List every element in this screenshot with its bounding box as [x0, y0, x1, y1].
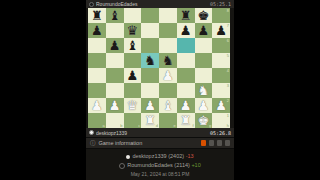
- square-b7[interactable]: [106, 23, 124, 38]
- top-player-bar: RoumundoEdades 05:25.1: [86, 0, 234, 8]
- square-h2[interactable]: ♟2: [212, 98, 230, 113]
- square-c5[interactable]: [124, 53, 142, 68]
- square-b8[interactable]: ♝: [106, 8, 124, 23]
- bottom-player-clock: 05:26.8: [210, 130, 231, 136]
- square-a2[interactable]: ♟: [88, 98, 106, 113]
- rank-coordinate: 5: [227, 54, 229, 58]
- square-e5[interactable]: ♞: [159, 53, 177, 68]
- piece-black-n: ♞: [159, 53, 177, 68]
- square-b1[interactable]: b: [106, 113, 124, 128]
- rank-coordinate: 1: [227, 114, 229, 118]
- rank-coordinate: 4: [227, 69, 229, 73]
- black-circle-icon: [119, 163, 125, 169]
- square-d2[interactable]: ♟: [141, 98, 159, 113]
- top-player-name: RoumundoEdades: [96, 1, 208, 7]
- chess-board[interactable]: ♜♝♜♚8♟♛♟♟♟7♟♝6♞♞5♟♟4♞3♟♟♛♟♝♟♟♟2abc♜de♜f♚…: [88, 8, 230, 128]
- square-c7[interactable]: ♛: [124, 23, 142, 38]
- square-h6[interactable]: 6: [212, 38, 230, 53]
- square-e6[interactable]: [159, 38, 177, 53]
- piece-white-k: ♚: [195, 113, 213, 128]
- square-f7[interactable]: ♟: [177, 23, 195, 38]
- square-c6[interactable]: ♝: [124, 38, 142, 53]
- square-g4[interactable]: [195, 68, 213, 83]
- square-b3[interactable]: [106, 83, 124, 98]
- rank-coordinate: 6: [227, 39, 229, 43]
- black-player-color-icon: [89, 2, 94, 7]
- square-a6[interactable]: [88, 38, 106, 53]
- square-h5[interactable]: 5: [212, 53, 230, 68]
- piece-white-b: ♝: [159, 98, 177, 113]
- piece-white-r: ♜: [177, 113, 195, 128]
- file-coordinate: f: [192, 124, 193, 128]
- square-b5[interactable]: [106, 53, 124, 68]
- rank-coordinate: 7: [227, 24, 229, 28]
- rank-coordinate: 2: [227, 99, 229, 103]
- game-info-body: desktopz1339 (2402) -13 RoumundoEdades (…: [86, 149, 234, 179]
- game-date: May 21, 2024 at 08:51 PM: [86, 170, 234, 179]
- square-b4[interactable]: [106, 68, 124, 83]
- square-f1[interactable]: ♜f: [177, 113, 195, 128]
- piece-white-p: ♟: [88, 98, 106, 113]
- black-player-result-line: RoumundoEdades (2114) +10: [86, 161, 234, 170]
- square-d1[interactable]: ♜d: [141, 113, 159, 128]
- square-b6[interactable]: ♟: [106, 38, 124, 53]
- piece-black-r: ♜: [88, 8, 106, 23]
- piece-black-p: ♟: [212, 23, 230, 38]
- bottom-player-name: desktopz1339: [96, 130, 208, 136]
- piece-white-p: ♟: [212, 98, 230, 113]
- square-a8[interactable]: ♜: [88, 8, 106, 23]
- square-h8[interactable]: 8: [212, 8, 230, 23]
- square-d6[interactable]: [141, 38, 159, 53]
- square-a5[interactable]: [88, 53, 106, 68]
- piece-black-r: ♜: [177, 8, 195, 23]
- piece-white-n: ♞: [195, 83, 213, 98]
- square-h1[interactable]: 1h: [212, 113, 230, 128]
- file-coordinate: a: [103, 124, 105, 128]
- file-coordinate: b: [120, 124, 122, 128]
- file-coordinate: d: [156, 124, 158, 128]
- square-d3[interactable]: [141, 83, 159, 98]
- square-f4[interactable]: [177, 68, 195, 83]
- app-screen: RoumundoEdades 05:25.1 ♜♝♜♚8♟♛♟♟♟7♟♝6♞♞5…: [0, 0, 320, 180]
- square-b2[interactable]: ♟: [106, 98, 124, 113]
- app-content-column: RoumundoEdades 05:25.1 ♜♝♜♚8♟♛♟♟♟7♟♝6♞♞5…: [86, 0, 234, 180]
- square-c8[interactable]: [124, 8, 142, 23]
- square-e8[interactable]: [159, 8, 177, 23]
- piece-black-p: ♟: [106, 38, 124, 53]
- piece-black-p: ♟: [88, 23, 106, 38]
- bottom-player-bar: desktopz1339 05:26.8: [86, 128, 234, 137]
- white-rating-delta: -13: [186, 153, 194, 159]
- piece-black-b: ♝: [124, 38, 142, 53]
- file-coordinate: g: [209, 124, 211, 128]
- square-e3[interactable]: [159, 83, 177, 98]
- square-f5[interactable]: [177, 53, 195, 68]
- share-icon[interactable]: [217, 140, 223, 146]
- file-coordinate: e: [174, 124, 176, 128]
- square-d5[interactable]: ♞: [141, 53, 159, 68]
- file-coordinate: h: [227, 124, 229, 128]
- square-g3[interactable]: ♞: [195, 83, 213, 98]
- square-h7[interactable]: ♟7: [212, 23, 230, 38]
- game-information-label: Game information: [99, 140, 198, 146]
- square-e1[interactable]: e: [159, 113, 177, 128]
- piece-white-p: ♟: [159, 68, 177, 83]
- file-coordinate: c: [138, 124, 140, 128]
- rank-coordinate: 8: [227, 9, 229, 13]
- top-player-clock: 05:25.1: [210, 1, 231, 7]
- white-player-result-line: desktopz1339 (2402) -13: [86, 152, 234, 161]
- square-c3[interactable]: [124, 83, 142, 98]
- black-rating-delta: +10: [191, 162, 200, 168]
- piece-black-b: ♝: [106, 8, 124, 23]
- piece-white-r: ♜: [141, 113, 159, 128]
- square-g8[interactable]: ♚: [195, 8, 213, 23]
- rank-coordinate: 3: [227, 84, 229, 88]
- download-icon[interactable]: [225, 140, 231, 146]
- game-info-toolbar: [201, 140, 231, 146]
- black-line-name: RoumundoEdades: [127, 162, 173, 168]
- flip-board-icon[interactable]: [209, 140, 215, 146]
- piece-white-p: ♟: [141, 98, 159, 113]
- square-a3[interactable]: [88, 83, 106, 98]
- piece-white-p: ♟: [195, 98, 213, 113]
- piece-white-p: ♟: [177, 98, 195, 113]
- square-a7[interactable]: ♟: [88, 23, 106, 38]
- piece-black-p: ♟: [195, 23, 213, 38]
- square-f2[interactable]: ♟: [177, 98, 195, 113]
- square-c1[interactable]: c: [124, 113, 142, 128]
- square-a1[interactable]: a: [88, 113, 106, 128]
- square-h4[interactable]: 4: [212, 68, 230, 83]
- info-icon: ⓘ: [90, 140, 96, 147]
- square-f8[interactable]: ♜: [177, 8, 195, 23]
- piece-black-k: ♚: [195, 8, 213, 23]
- square-g7[interactable]: ♟: [195, 23, 213, 38]
- piece-white-q: ♛: [124, 98, 142, 113]
- square-e7[interactable]: [159, 23, 177, 38]
- piece-black-n: ♞: [141, 53, 159, 68]
- square-c4[interactable]: ♟: [124, 68, 142, 83]
- game-information-header[interactable]: ⓘ Game information: [86, 137, 234, 149]
- square-e2[interactable]: ♝: [159, 98, 177, 113]
- square-g6[interactable]: [195, 38, 213, 53]
- square-a4[interactable]: [88, 68, 106, 83]
- square-d7[interactable]: [141, 23, 159, 38]
- white-line-name: desktopz1339: [132, 153, 166, 159]
- piece-black-p: ♟: [124, 68, 142, 83]
- square-f3[interactable]: [177, 83, 195, 98]
- black-line-rating: (2114): [174, 162, 190, 168]
- piece-black-p: ♟: [177, 23, 195, 38]
- square-g2[interactable]: ♟: [195, 98, 213, 113]
- square-c2[interactable]: ♛: [124, 98, 142, 113]
- square-g5[interactable]: [195, 53, 213, 68]
- square-f6[interactable]: [177, 38, 195, 53]
- square-h3[interactable]: 3: [212, 83, 230, 98]
- white-line-rating: (2402): [168, 153, 184, 159]
- piece-white-p: ♟: [106, 98, 124, 113]
- white-player-color-icon: [89, 130, 94, 135]
- white-circle-icon: [126, 155, 130, 159]
- square-d4[interactable]: [141, 68, 159, 83]
- analysis-icon[interactable]: [201, 140, 207, 146]
- square-g1[interactable]: ♚g: [195, 113, 213, 128]
- piece-black-q: ♛: [124, 23, 142, 38]
- square-d8[interactable]: [141, 8, 159, 23]
- square-e4[interactable]: ♟: [159, 68, 177, 83]
